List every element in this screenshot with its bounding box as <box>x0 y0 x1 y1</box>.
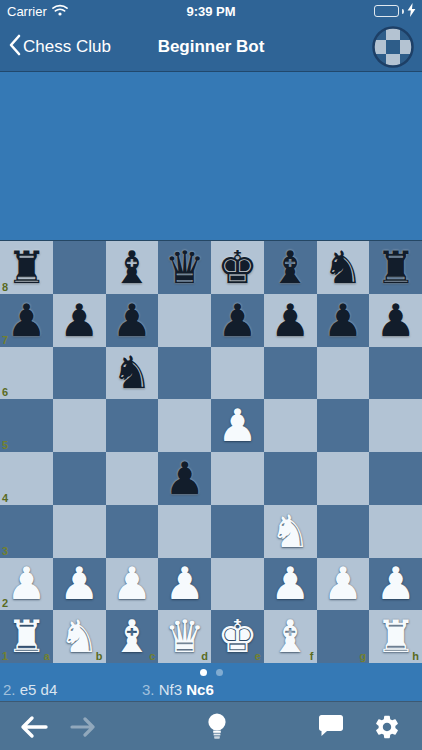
status-bar: Carrier 9:39 PM <box>0 0 422 22</box>
square-a5[interactable]: 5 <box>0 399 53 452</box>
square-h8[interactable]: ♜ <box>369 241 422 294</box>
move-number: 3. <box>142 681 155 698</box>
square-g1[interactable]: g <box>317 610 370 663</box>
square-d1[interactable]: ♛d <box>158 610 211 663</box>
square-b1[interactable]: ♞b <box>53 610 106 663</box>
file-label-g: g <box>360 650 367 662</box>
black-rook: ♜ <box>369 241 422 294</box>
arrow-left-icon <box>19 715 49 739</box>
square-h6[interactable] <box>369 347 422 400</box>
page-dot-inactive[interactable] <box>216 669 223 676</box>
square-g7[interactable]: ♟ <box>317 294 370 347</box>
square-d3[interactable] <box>158 505 211 558</box>
chat-button[interactable] <box>313 702 349 750</box>
square-d8[interactable]: ♛ <box>158 241 211 294</box>
square-g5[interactable] <box>317 399 370 452</box>
nav-bar: Chess Club Beginner Bot <box>0 22 422 72</box>
square-f1[interactable]: ♝f <box>264 610 317 663</box>
white-pawn: ♟ <box>158 558 211 611</box>
rank-label-3: 3 <box>2 545 8 557</box>
black-pawn: ♟ <box>158 452 211 505</box>
square-b2[interactable]: ♟ <box>53 558 106 611</box>
square-h1[interactable]: ♜h <box>369 610 422 663</box>
square-e1[interactable]: ♚e <box>211 610 264 663</box>
white-pawn: ♟ <box>53 558 106 611</box>
square-h5[interactable] <box>369 399 422 452</box>
square-a1[interactable]: ♜1a <box>0 610 53 663</box>
chat-bubble-icon <box>316 713 346 741</box>
file-label-e: e <box>255 650 261 662</box>
chess-board: ♜8♝♛♚♝♞♜♟7♟♟♟♟♟♟6♞5♟4♟3♞♟2♟♟♟♟♟♟♜1a♞b♝c♛… <box>0 241 422 663</box>
square-d6[interactable] <box>158 347 211 400</box>
move-white[interactable]: Nf3 <box>159 681 182 698</box>
white-bishop: ♝ <box>264 610 317 663</box>
square-e7[interactable]: ♟ <box>211 294 264 347</box>
black-pawn: ♟ <box>53 294 106 347</box>
square-h7[interactable]: ♟ <box>369 294 422 347</box>
board-theme-icon[interactable] <box>372 26 414 68</box>
square-f8[interactable]: ♝ <box>264 241 317 294</box>
rank-label-7: 7 <box>2 334 8 346</box>
square-e5[interactable]: ♟ <box>211 399 264 452</box>
black-king: ♚ <box>211 241 264 294</box>
move-black[interactable]: d4 <box>41 681 58 698</box>
bottom-toolbar <box>0 701 422 750</box>
square-d2[interactable]: ♟ <box>158 558 211 611</box>
page-indicator[interactable] <box>0 669 422 676</box>
move-pair-3[interactable]: 3. Nf3 Nc6 <box>142 681 214 698</box>
white-pawn: ♟ <box>317 558 370 611</box>
black-pawn: ♟ <box>106 294 159 347</box>
black-knight: ♞ <box>106 347 159 400</box>
redo-move-button[interactable] <box>66 702 100 750</box>
square-c1[interactable]: ♝c <box>106 610 159 663</box>
square-c8[interactable]: ♝ <box>106 241 159 294</box>
square-e2[interactable] <box>211 558 264 611</box>
move-pair-2[interactable]: 2. e5 d4 <box>3 681 57 698</box>
square-f2[interactable]: ♟ <box>264 558 317 611</box>
undo-move-button[interactable] <box>15 702 53 750</box>
rank-label-8: 8 <box>2 281 8 293</box>
square-h2[interactable]: ♟ <box>369 558 422 611</box>
square-a2[interactable]: ♟2 <box>0 558 53 611</box>
square-b8[interactable] <box>53 241 106 294</box>
square-a4[interactable]: 4 <box>0 452 53 505</box>
square-a8[interactable]: ♜8 <box>0 241 53 294</box>
chess-app: Carrier 9:39 PM <box>0 0 422 750</box>
settings-button[interactable] <box>370 702 404 750</box>
square-g8[interactable]: ♞ <box>317 241 370 294</box>
square-c5[interactable] <box>106 399 159 452</box>
black-queen: ♛ <box>158 241 211 294</box>
white-pawn: ♟ <box>106 558 159 611</box>
hero-spacer <box>0 72 422 241</box>
square-d5[interactable] <box>158 399 211 452</box>
square-c3[interactable] <box>106 505 159 558</box>
move-strip: 2. e5 d4 3. Nf3 Nc6 <box>0 663 422 701</box>
chevron-left-icon <box>8 34 21 60</box>
file-label-c: c <box>149 650 155 662</box>
square-b6[interactable] <box>53 347 106 400</box>
square-e6[interactable] <box>211 347 264 400</box>
lightbulb-icon <box>206 712 228 742</box>
square-c4[interactable] <box>106 452 159 505</box>
square-e4[interactable] <box>211 452 264 505</box>
rank-label-5: 5 <box>2 439 8 451</box>
clock: 9:39 PM <box>0 4 422 19</box>
white-pawn: ♟ <box>369 558 422 611</box>
move-white[interactable]: e5 <box>20 681 37 698</box>
square-b3[interactable] <box>53 505 106 558</box>
square-f3[interactable]: ♞ <box>264 505 317 558</box>
square-f5[interactable] <box>264 399 317 452</box>
white-knight: ♞ <box>264 505 317 558</box>
square-g4[interactable] <box>317 452 370 505</box>
black-bishop: ♝ <box>264 241 317 294</box>
black-pawn: ♟ <box>317 294 370 347</box>
square-g2[interactable]: ♟ <box>317 558 370 611</box>
rank-label-4: 4 <box>2 492 8 504</box>
file-label-f: f <box>310 650 314 662</box>
black-bishop: ♝ <box>106 241 159 294</box>
hint-button[interactable] <box>202 702 232 750</box>
move-number: 2. <box>3 681 16 698</box>
square-e3[interactable] <box>211 505 264 558</box>
white-pawn: ♟ <box>264 558 317 611</box>
gear-icon <box>373 713 401 741</box>
rank-label-2: 2 <box>2 597 8 609</box>
rank-label-1: 1 <box>2 650 8 662</box>
square-d4[interactable]: ♟ <box>158 452 211 505</box>
square-g3[interactable] <box>317 505 370 558</box>
black-pawn: ♟ <box>211 294 264 347</box>
square-a3[interactable]: 3 <box>0 505 53 558</box>
square-e8[interactable]: ♚ <box>211 241 264 294</box>
square-b7[interactable]: ♟ <box>53 294 106 347</box>
square-f7[interactable]: ♟ <box>264 294 317 347</box>
square-h4[interactable] <box>369 452 422 505</box>
square-c6[interactable]: ♞ <box>106 347 159 400</box>
rank-label-6: 6 <box>2 386 8 398</box>
square-a6[interactable]: 6 <box>0 347 53 400</box>
square-b4[interactable] <box>53 452 106 505</box>
back-button-label: Chess Club <box>23 37 111 57</box>
square-h3[interactable] <box>369 505 422 558</box>
black-knight: ♞ <box>317 241 370 294</box>
square-f6[interactable] <box>264 347 317 400</box>
square-f4[interactable] <box>264 452 317 505</box>
square-a7[interactable]: ♟7 <box>0 294 53 347</box>
square-c7[interactable]: ♟ <box>106 294 159 347</box>
file-label-a: a <box>44 650 50 662</box>
square-g6[interactable] <box>317 347 370 400</box>
square-b5[interactable] <box>53 399 106 452</box>
arrow-right-icon <box>70 716 96 738</box>
page-dot-active[interactable] <box>200 669 207 676</box>
square-c2[interactable]: ♟ <box>106 558 159 611</box>
white-pawn: ♟ <box>211 399 264 452</box>
move-black-current[interactable]: Nc6 <box>186 681 214 698</box>
back-button[interactable]: Chess Club <box>0 34 111 60</box>
file-label-b: b <box>96 650 103 662</box>
file-label-d: d <box>201 650 208 662</box>
square-d7[interactable] <box>158 294 211 347</box>
file-label-h: h <box>412 650 419 662</box>
black-pawn: ♟ <box>369 294 422 347</box>
black-pawn: ♟ <box>264 294 317 347</box>
